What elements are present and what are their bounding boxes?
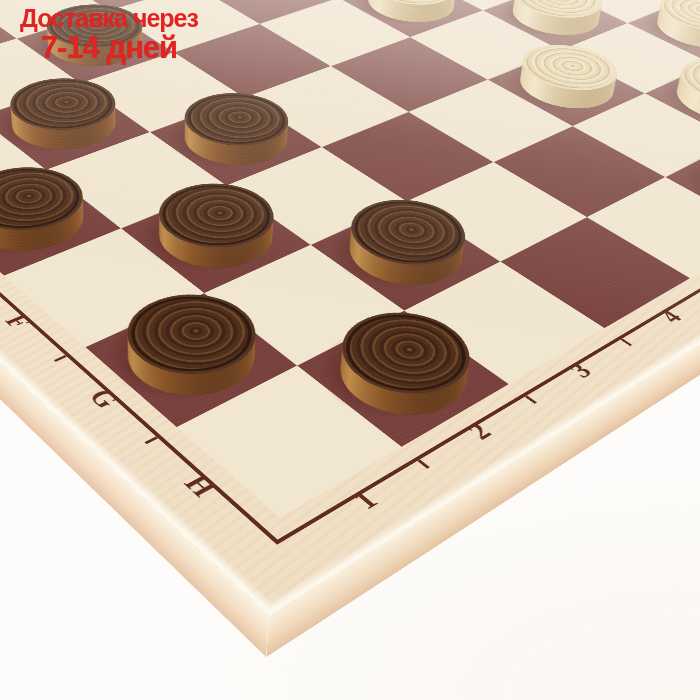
checker-dark-c3	[30, 16, 161, 76]
checkers-board: ABCDEFGH12345678	[0, 0, 700, 616]
checker-dark-e3	[164, 104, 308, 178]
checker-dark-g3	[326, 210, 484, 301]
checker-light-d6	[350, 0, 471, 32]
checker-dark-b2	[0, 3, 4, 62]
checker-light-f8	[640, 3, 700, 58]
product-photo-scene: ABCDEFGH12345678 Доставка через 7-14 дне…	[0, 0, 700, 700]
checker-side-layer	[0, 1, 4, 60]
checker-light-e7	[495, 0, 616, 45]
checker-top-rings	[0, 0, 3, 42]
checker-side-layer	[0, 0, 3, 52]
board-3d-wrap: ABCDEFGH12345678	[0, 0, 700, 700]
checker-light-f6	[501, 56, 632, 119]
